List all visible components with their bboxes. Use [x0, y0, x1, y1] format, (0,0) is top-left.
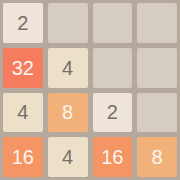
tile-2: 2: [3, 3, 43, 43]
empty-cell: [93, 48, 133, 88]
tile-8: 8: [137, 137, 177, 177]
tile-4: 4: [48, 137, 88, 177]
tile-16: 16: [3, 137, 43, 177]
empty-cell: [137, 48, 177, 88]
tile-4: 4: [48, 48, 88, 88]
tile-8: 8: [48, 93, 88, 133]
game-board-2048[interactable]: 2324482164168: [0, 0, 180, 180]
empty-cell: [93, 3, 133, 43]
tile-4: 4: [3, 93, 43, 133]
tile-2: 2: [93, 93, 133, 133]
tile-32: 32: [3, 48, 43, 88]
empty-cell: [137, 3, 177, 43]
empty-cell: [137, 93, 177, 133]
empty-cell: [48, 3, 88, 43]
tile-16: 16: [93, 137, 133, 177]
